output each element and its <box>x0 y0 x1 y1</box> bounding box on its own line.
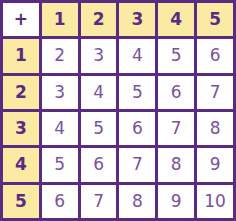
column-header-cell-3: 3 <box>119 3 155 36</box>
sum-cell-r1-c3: 4 <box>119 39 155 72</box>
column-header-cell-5: 5 <box>197 3 233 36</box>
sum-cell-r2-c3: 5 <box>119 76 155 109</box>
sum-cell-r3-c5: 8 <box>197 112 233 145</box>
row-header-cell-1: 1 <box>3 39 39 72</box>
sum-cell-r4-c3: 7 <box>119 148 155 181</box>
sum-cell-r2-c1: 3 <box>42 76 78 109</box>
row-header-cell-5: 5 <box>3 185 39 218</box>
sum-cell-r5-c5: 10 <box>197 185 233 218</box>
sum-cell-r4-c2: 6 <box>81 148 117 181</box>
sum-cell-r1-c2: 3 <box>81 39 117 72</box>
column-header-cell-1: 1 <box>42 3 78 36</box>
sum-cell-r1-c1: 2 <box>42 39 78 72</box>
sum-cell-r4-c4: 8 <box>158 148 194 181</box>
sum-cell-r1-c5: 6 <box>197 39 233 72</box>
sum-cell-r3-c2: 5 <box>81 112 117 145</box>
sum-cell-r3-c1: 4 <box>42 112 78 145</box>
addition-table-grid: +123451234562345673456784567895678910 <box>0 0 236 221</box>
column-header-cell-2: 2 <box>81 3 117 36</box>
sum-cell-r4-c5: 9 <box>197 148 233 181</box>
sum-cell-r2-c2: 4 <box>81 76 117 109</box>
sum-cell-r5-c4: 9 <box>158 185 194 218</box>
sum-cell-r1-c4: 5 <box>158 39 194 72</box>
sum-cell-r5-c2: 7 <box>81 185 117 218</box>
sum-cell-r4-c1: 5 <box>42 148 78 181</box>
row-header-cell-2: 2 <box>3 76 39 109</box>
sum-cell-r2-c4: 6 <box>158 76 194 109</box>
sum-cell-r3-c3: 6 <box>119 112 155 145</box>
sum-cell-r5-c1: 6 <box>42 185 78 218</box>
sum-cell-r3-c4: 7 <box>158 112 194 145</box>
sum-cell-r2-c5: 7 <box>197 76 233 109</box>
sum-cell-r5-c3: 8 <box>119 185 155 218</box>
operation-corner-cell: + <box>3 3 39 36</box>
column-header-cell-4: 4 <box>158 3 194 36</box>
row-header-cell-3: 3 <box>3 112 39 145</box>
row-header-cell-4: 4 <box>3 148 39 181</box>
